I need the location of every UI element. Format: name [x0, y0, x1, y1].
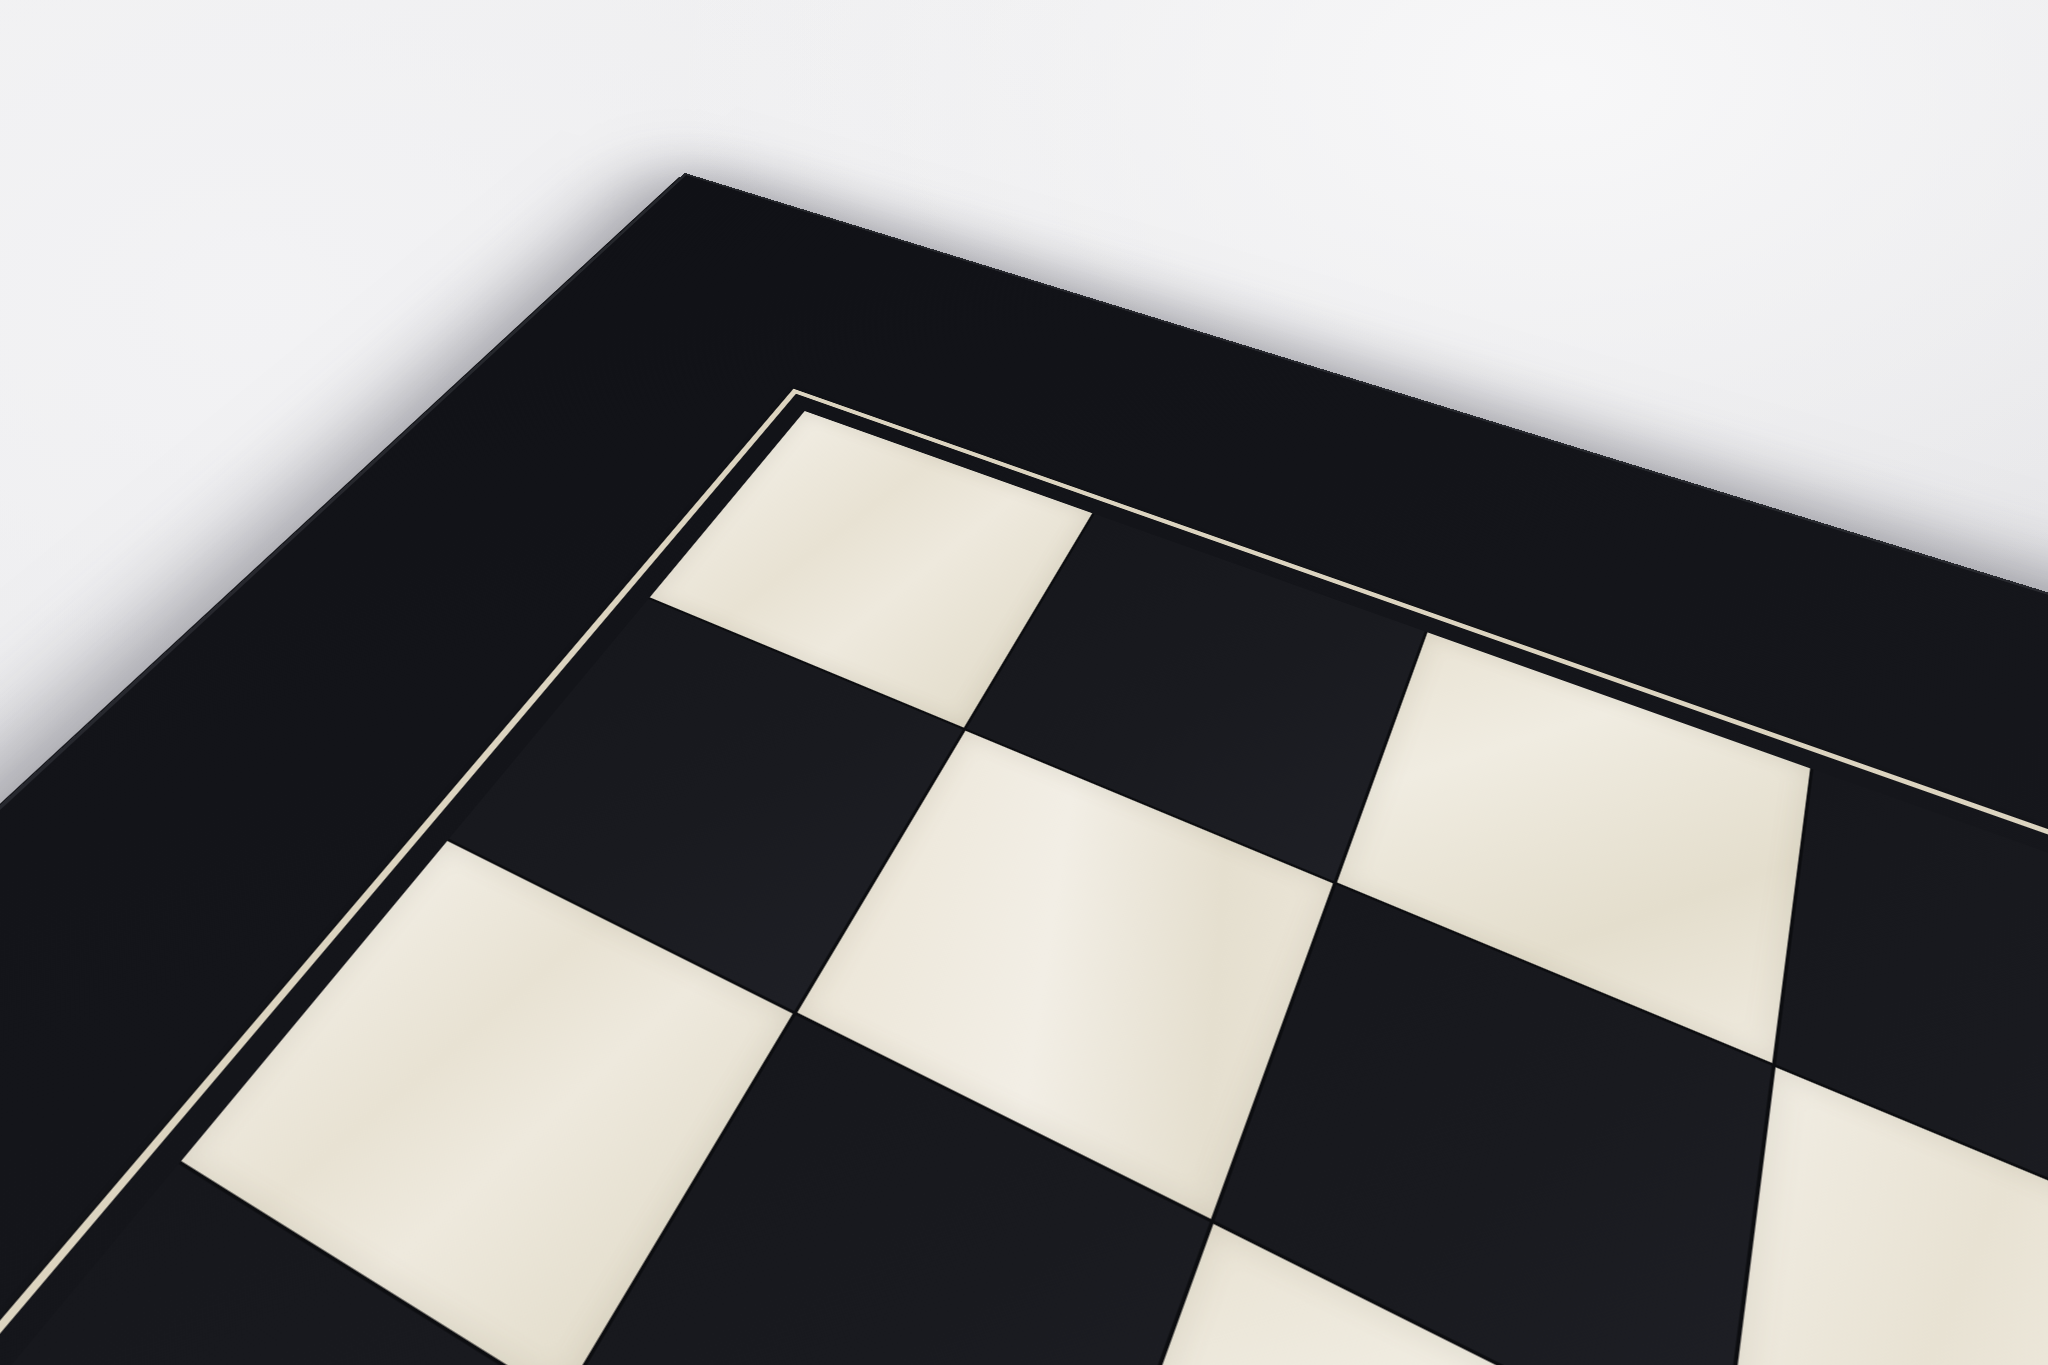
chess-board [0, 173, 2048, 1365]
photo-canvas: { "game": { "name": "chess", "variant": … [0, 0, 2048, 1365]
playing-area [0, 173, 2048, 1365]
